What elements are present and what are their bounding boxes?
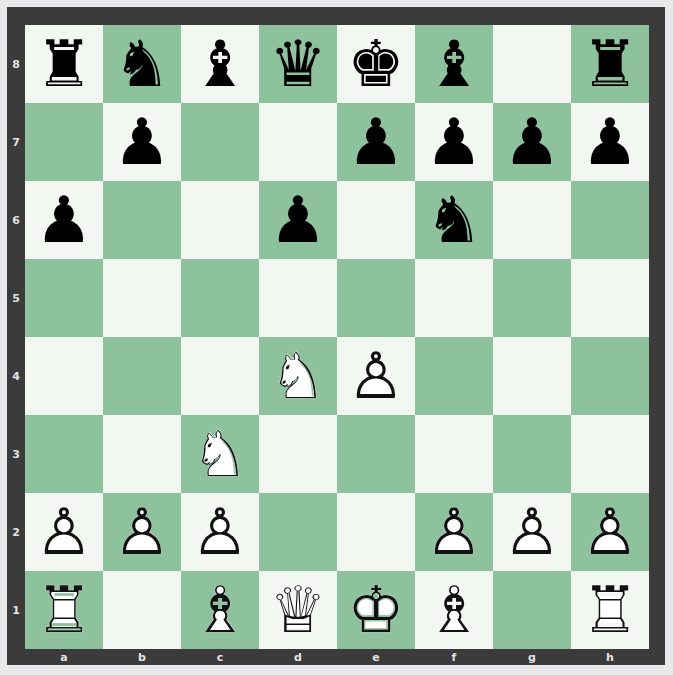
square-h7[interactable]: ♟ (571, 103, 649, 181)
file-label-g: g (493, 649, 571, 665)
white-bishop-outline-icon: ♗ (181, 571, 259, 649)
square-h4[interactable] (571, 337, 649, 415)
black-pawn-icon: ♟ (493, 103, 571, 181)
white-bishop-outline-icon: ♗ (415, 571, 493, 649)
piece-black-pawn[interactable]: ♟ (103, 103, 181, 181)
piece-black-pawn[interactable]: ♟ (571, 103, 649, 181)
black-pawn-icon: ♟ (337, 103, 415, 181)
square-b4[interactable] (103, 337, 181, 415)
rank-label-6: 6 (7, 181, 25, 259)
square-c6[interactable] (181, 181, 259, 259)
black-bishop-icon: ♝ (415, 25, 493, 103)
square-g6[interactable] (493, 181, 571, 259)
square-a3[interactable] (25, 415, 103, 493)
square-a1[interactable]: ♜♖ (25, 571, 103, 649)
white-pawn-outline-icon: ♙ (25, 493, 103, 571)
file-labels: abcdefgh (25, 649, 649, 665)
square-e5[interactable] (337, 259, 415, 337)
square-b8[interactable]: ♞ (103, 25, 181, 103)
file-label-f: f (415, 649, 493, 665)
black-knight-icon: ♞ (103, 25, 181, 103)
square-h3[interactable] (571, 415, 649, 493)
black-pawn-icon: ♟ (259, 181, 337, 259)
square-b2[interactable]: ♟♙ (103, 493, 181, 571)
square-h2[interactable]: ♟♙ (571, 493, 649, 571)
black-rook-icon: ♜ (571, 25, 649, 103)
square-b7[interactable]: ♟ (103, 103, 181, 181)
square-c4[interactable] (181, 337, 259, 415)
piece-white-pawn[interactable]: ♟♙ (337, 337, 415, 415)
square-h8[interactable]: ♜ (571, 25, 649, 103)
chess-board[interactable]: ♜♞♝♛♚♝♜♟♟♟♟♟♟♟♞♞♘♟♙♞♘♟♙♟♙♟♙♟♙♟♙♟♙♜♖♝♗♛♕♚… (25, 25, 649, 649)
white-queen-outline-icon: ♕ (259, 571, 337, 649)
square-g7[interactable]: ♟ (493, 103, 571, 181)
piece-black-bishop[interactable]: ♝ (181, 25, 259, 103)
square-d6[interactable]: ♟ (259, 181, 337, 259)
square-d8[interactable]: ♛ (259, 25, 337, 103)
white-rook-outline-icon: ♖ (571, 571, 649, 649)
black-pawn-icon: ♟ (103, 103, 181, 181)
rank-label-4: 4 (7, 337, 25, 415)
piece-white-rook[interactable]: ♜♖ (571, 571, 649, 649)
piece-white-knight[interactable]: ♞♘ (181, 415, 259, 493)
white-pawn-outline-icon: ♙ (337, 337, 415, 415)
square-f7[interactable]: ♟ (415, 103, 493, 181)
square-c1[interactable]: ♝♗ (181, 571, 259, 649)
black-queen-icon: ♛ (259, 25, 337, 103)
square-h6[interactable] (571, 181, 649, 259)
square-a2[interactable]: ♟♙ (25, 493, 103, 571)
square-c7[interactable] (181, 103, 259, 181)
piece-black-bishop[interactable]: ♝ (415, 25, 493, 103)
piece-black-pawn[interactable]: ♟ (259, 181, 337, 259)
square-h1[interactable]: ♜♖ (571, 571, 649, 649)
rank-label-3: 3 (7, 415, 25, 493)
square-b1[interactable] (103, 571, 181, 649)
piece-black-knight[interactable]: ♞ (103, 25, 181, 103)
piece-black-knight[interactable]: ♞ (415, 181, 493, 259)
black-pawn-icon: ♟ (415, 103, 493, 181)
piece-white-pawn[interactable]: ♟♙ (415, 493, 493, 571)
board-frame: 87654321 abcdefgh ♜♞♝♛♚♝♜♟♟♟♟♟♟♟♞♞♘♟♙♞♘♟… (7, 7, 665, 665)
white-pawn-outline-icon: ♙ (181, 493, 259, 571)
piece-white-pawn[interactable]: ♟♙ (103, 493, 181, 571)
white-pawn-outline-icon: ♙ (103, 493, 181, 571)
white-pawn-outline-icon: ♙ (493, 493, 571, 571)
square-d7[interactable] (259, 103, 337, 181)
square-a6[interactable]: ♟ (25, 181, 103, 259)
file-label-h: h (571, 649, 649, 665)
white-rook-outline-icon: ♖ (25, 571, 103, 649)
square-d4[interactable]: ♞♘ (259, 337, 337, 415)
page: { "game": "chess", "position": { "fen": … (0, 0, 673, 675)
piece-white-queen[interactable]: ♛♕ (259, 571, 337, 649)
piece-white-bishop[interactable]: ♝♗ (415, 571, 493, 649)
piece-black-pawn[interactable]: ♟ (337, 103, 415, 181)
square-g4[interactable] (493, 337, 571, 415)
square-f5[interactable] (415, 259, 493, 337)
square-a7[interactable] (25, 103, 103, 181)
piece-white-pawn[interactable]: ♟♙ (493, 493, 571, 571)
rank-labels: 87654321 (7, 25, 25, 649)
square-d5[interactable] (259, 259, 337, 337)
piece-black-pawn[interactable]: ♟ (25, 181, 103, 259)
rank-label-7: 7 (7, 103, 25, 181)
square-d1[interactable]: ♛♕ (259, 571, 337, 649)
black-bishop-icon: ♝ (181, 25, 259, 103)
square-e1[interactable]: ♚♔ (337, 571, 415, 649)
piece-black-rook[interactable]: ♜ (25, 25, 103, 103)
piece-black-queen[interactable]: ♛ (259, 25, 337, 103)
square-d2[interactable] (259, 493, 337, 571)
square-f6[interactable]: ♞ (415, 181, 493, 259)
square-e8[interactable]: ♚ (337, 25, 415, 103)
black-pawn-icon: ♟ (571, 103, 649, 181)
piece-black-rook[interactable]: ♜ (571, 25, 649, 103)
rank-label-2: 2 (7, 493, 25, 571)
black-knight-icon: ♞ (415, 181, 493, 259)
black-king-icon: ♚ (337, 25, 415, 103)
piece-white-pawn[interactable]: ♟♙ (25, 493, 103, 571)
white-pawn-outline-icon: ♙ (415, 493, 493, 571)
white-pawn-outline-icon: ♙ (571, 493, 649, 571)
square-b5[interactable] (103, 259, 181, 337)
square-a8[interactable]: ♜ (25, 25, 103, 103)
black-pawn-icon: ♟ (25, 181, 103, 259)
square-g1[interactable] (493, 571, 571, 649)
square-e7[interactable]: ♟ (337, 103, 415, 181)
square-e4[interactable]: ♟♙ (337, 337, 415, 415)
square-c8[interactable]: ♝ (181, 25, 259, 103)
square-g3[interactable] (493, 415, 571, 493)
square-h5[interactable] (571, 259, 649, 337)
square-g2[interactable]: ♟♙ (493, 493, 571, 571)
square-e2[interactable] (337, 493, 415, 571)
square-f2[interactable]: ♟♙ (415, 493, 493, 571)
square-a4[interactable] (25, 337, 103, 415)
square-e3[interactable] (337, 415, 415, 493)
square-g8[interactable] (493, 25, 571, 103)
square-b6[interactable] (103, 181, 181, 259)
square-f1[interactable]: ♝♗ (415, 571, 493, 649)
piece-white-bishop[interactable]: ♝♗ (181, 571, 259, 649)
black-rook-icon: ♜ (25, 25, 103, 103)
square-c5[interactable] (181, 259, 259, 337)
file-label-b: b (103, 649, 181, 665)
square-c3[interactable]: ♞♘ (181, 415, 259, 493)
square-b3[interactable] (103, 415, 181, 493)
square-d3[interactable] (259, 415, 337, 493)
piece-white-pawn[interactable]: ♟♙ (181, 493, 259, 571)
piece-black-pawn[interactable]: ♟ (415, 103, 493, 181)
square-f3[interactable] (415, 415, 493, 493)
square-f4[interactable] (415, 337, 493, 415)
square-c2[interactable]: ♟♙ (181, 493, 259, 571)
rank-label-8: 8 (7, 25, 25, 103)
file-label-c: c (181, 649, 259, 665)
piece-white-king[interactable]: ♚♔ (337, 571, 415, 649)
file-label-d: d (259, 649, 337, 665)
white-king-outline-icon: ♔ (337, 571, 415, 649)
square-e6[interactable] (337, 181, 415, 259)
piece-black-king[interactable]: ♚ (337, 25, 415, 103)
square-g5[interactable] (493, 259, 571, 337)
white-knight-outline-icon: ♘ (259, 337, 337, 415)
piece-black-pawn[interactable]: ♟ (493, 103, 571, 181)
piece-white-knight[interactable]: ♞♘ (259, 337, 337, 415)
square-f8[interactable]: ♝ (415, 25, 493, 103)
piece-white-pawn[interactable]: ♟♙ (571, 493, 649, 571)
file-label-a: a (25, 649, 103, 665)
white-knight-outline-icon: ♘ (181, 415, 259, 493)
square-a5[interactable] (25, 259, 103, 337)
rank-label-1: 1 (7, 571, 25, 649)
piece-white-rook[interactable]: ♜♖ (25, 571, 103, 649)
file-label-e: e (337, 649, 415, 665)
rank-label-5: 5 (7, 259, 25, 337)
